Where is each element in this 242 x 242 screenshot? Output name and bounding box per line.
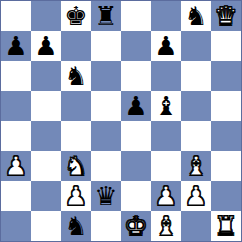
piece-black-queen[interactable]: ♛ [94, 181, 117, 211]
piece-white-bishop[interactable]: ♝ [154, 211, 177, 241]
square-d6[interactable] [91, 61, 121, 91]
piece-white-pawn[interactable]: ♟ [184, 181, 207, 211]
square-c4[interactable] [61, 121, 91, 151]
square-f1[interactable]: ♝ [151, 211, 181, 241]
square-b4[interactable] [31, 121, 61, 151]
piece-black-knight[interactable]: ♞ [184, 1, 207, 31]
square-c1[interactable]: ♞ [61, 211, 91, 241]
square-h5[interactable] [211, 91, 241, 121]
piece-black-pawn[interactable]: ♟ [154, 31, 177, 61]
piece-black-bishop[interactable]: ♝ [154, 91, 177, 121]
square-h6[interactable] [211, 61, 241, 91]
square-e6[interactable] [121, 61, 151, 91]
square-f4[interactable] [151, 121, 181, 151]
square-h4[interactable] [211, 121, 241, 151]
square-f3[interactable] [151, 151, 181, 181]
piece-white-pawn[interactable]: ♟ [64, 181, 87, 211]
piece-black-king[interactable]: ♚ [64, 1, 87, 31]
square-c2[interactable]: ♟ [61, 181, 91, 211]
square-b6[interactable] [31, 61, 61, 91]
square-h2[interactable] [211, 181, 241, 211]
square-b3[interactable] [31, 151, 61, 181]
square-a6[interactable] [1, 61, 31, 91]
square-f5[interactable]: ♝ [151, 91, 181, 121]
square-e5[interactable]: ♟ [121, 91, 151, 121]
square-a4[interactable] [1, 121, 31, 151]
square-b2[interactable] [31, 181, 61, 211]
piece-white-bishop[interactable]: ♝ [184, 151, 207, 181]
square-a2[interactable] [1, 181, 31, 211]
piece-black-rook[interactable]: ♜ [94, 1, 117, 31]
square-e2[interactable] [121, 181, 151, 211]
square-h1[interactable]: ♜ [211, 211, 241, 241]
square-d4[interactable] [91, 121, 121, 151]
square-c7[interactable] [61, 31, 91, 61]
square-g5[interactable] [181, 91, 211, 121]
chess-board-container: ♚♜♞♛♟♟♟♞♟♝♟♞♝♟♛♟♟♞♚♝♜ [0, 0, 242, 242]
square-b5[interactable] [31, 91, 61, 121]
square-e4[interactable] [121, 121, 151, 151]
square-c6[interactable]: ♞ [61, 61, 91, 91]
square-b8[interactable] [31, 1, 61, 31]
square-g1[interactable] [181, 211, 211, 241]
piece-black-pawn[interactable]: ♟ [4, 31, 27, 61]
square-c5[interactable] [61, 91, 91, 121]
square-g6[interactable] [181, 61, 211, 91]
square-a7[interactable]: ♟ [1, 31, 31, 61]
piece-black-knight[interactable]: ♞ [64, 211, 87, 241]
piece-black-pawn[interactable]: ♟ [34, 31, 57, 61]
piece-white-rook[interactable]: ♜ [214, 211, 237, 241]
square-d1[interactable] [91, 211, 121, 241]
square-e1[interactable]: ♚ [121, 211, 151, 241]
square-d8[interactable]: ♜ [91, 1, 121, 31]
square-d5[interactable] [91, 91, 121, 121]
square-h7[interactable] [211, 31, 241, 61]
square-d3[interactable] [91, 151, 121, 181]
square-a8[interactable] [1, 1, 31, 31]
piece-white-pawn[interactable]: ♟ [154, 181, 177, 211]
square-f6[interactable] [151, 61, 181, 91]
square-g8[interactable]: ♞ [181, 1, 211, 31]
square-g3[interactable]: ♝ [181, 151, 211, 181]
square-g7[interactable] [181, 31, 211, 61]
square-d2[interactable]: ♛ [91, 181, 121, 211]
square-c8[interactable]: ♚ [61, 1, 91, 31]
square-e8[interactable] [121, 1, 151, 31]
square-f7[interactable]: ♟ [151, 31, 181, 61]
square-e3[interactable] [121, 151, 151, 181]
piece-white-king[interactable]: ♚ [124, 211, 147, 241]
square-c3[interactable]: ♞ [61, 151, 91, 181]
square-f8[interactable] [151, 1, 181, 31]
square-b1[interactable] [31, 211, 61, 241]
piece-black-pawn[interactable]: ♟ [124, 91, 147, 121]
square-g4[interactable] [181, 121, 211, 151]
chess-board: ♚♜♞♛♟♟♟♞♟♝♟♞♝♟♛♟♟♞♚♝♜ [0, 0, 242, 242]
square-h3[interactable] [211, 151, 241, 181]
square-a1[interactable] [1, 211, 31, 241]
square-g2[interactable]: ♟ [181, 181, 211, 211]
square-a5[interactable] [1, 91, 31, 121]
piece-black-knight[interactable]: ♞ [64, 61, 87, 91]
square-b7[interactable]: ♟ [31, 31, 61, 61]
square-f2[interactable]: ♟ [151, 181, 181, 211]
piece-white-queen[interactable]: ♛ [214, 1, 237, 31]
piece-white-pawn[interactable]: ♟ [4, 151, 27, 181]
square-e7[interactable] [121, 31, 151, 61]
square-a3[interactable]: ♟ [1, 151, 31, 181]
square-d7[interactable] [91, 31, 121, 61]
piece-white-knight[interactable]: ♞ [64, 151, 87, 181]
square-h8[interactable]: ♛ [211, 1, 241, 31]
